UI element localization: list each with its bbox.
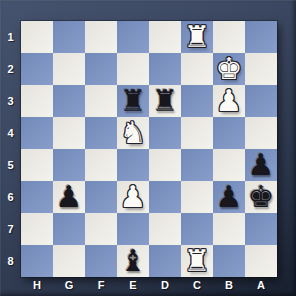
square-b5[interactable]: [213, 149, 245, 181]
rank-label-5: 5: [0, 149, 21, 181]
rank-label-7: 7: [0, 213, 21, 245]
square-f6[interactable]: [85, 181, 117, 213]
square-b1[interactable]: [213, 21, 245, 53]
piece-black-king[interactable]: ♚: [248, 181, 275, 213]
square-h3[interactable]: [21, 85, 53, 117]
square-c8[interactable]: ♜: [181, 245, 213, 277]
square-h6[interactable]: [21, 181, 53, 213]
piece-black-rook[interactable]: ♜: [120, 85, 147, 117]
square-b7[interactable]: [213, 213, 245, 245]
square-c2[interactable]: [181, 53, 213, 85]
square-d8[interactable]: [149, 245, 181, 277]
square-g6[interactable]: ♟: [53, 181, 85, 213]
square-a7[interactable]: [245, 213, 277, 245]
square-g8[interactable]: [53, 245, 85, 277]
square-e1[interactable]: [117, 21, 149, 53]
square-e4[interactable]: ♞: [117, 117, 149, 149]
rank-label-1: 1: [0, 21, 21, 53]
rank-label-3: 3: [0, 85, 21, 117]
square-h8[interactable]: [21, 245, 53, 277]
file-label-e: E: [117, 277, 149, 292]
square-b6[interactable]: ♟: [213, 181, 245, 213]
file-label-h: H: [21, 277, 53, 292]
square-c5[interactable]: [181, 149, 213, 181]
square-d3[interactable]: ♜: [149, 85, 181, 117]
square-f1[interactable]: [85, 21, 117, 53]
square-a2[interactable]: [245, 53, 277, 85]
square-e7[interactable]: [117, 213, 149, 245]
square-c6[interactable]: [181, 181, 213, 213]
square-b2[interactable]: ♚: [213, 53, 245, 85]
piece-black-bishop[interactable]: ♝: [120, 245, 147, 277]
square-a8[interactable]: [245, 245, 277, 277]
piece-white-pawn[interactable]: ♟: [120, 181, 147, 213]
file-label-b: B: [213, 277, 245, 292]
square-g5[interactable]: [53, 149, 85, 181]
square-f5[interactable]: [85, 149, 117, 181]
square-f2[interactable]: [85, 53, 117, 85]
square-f4[interactable]: [85, 117, 117, 149]
square-e8[interactable]: ♝: [117, 245, 149, 277]
piece-white-rook[interactable]: ♜: [184, 21, 211, 53]
rank-label-8: 8: [0, 245, 21, 277]
square-a3[interactable]: [245, 85, 277, 117]
piece-white-knight[interactable]: ♞: [120, 117, 147, 149]
board: ♜♚♜♜♟♞♟♟♟♟♚♝♜: [21, 21, 277, 277]
square-c4[interactable]: [181, 117, 213, 149]
square-c7[interactable]: [181, 213, 213, 245]
square-e5[interactable]: [117, 149, 149, 181]
square-a1[interactable]: [245, 21, 277, 53]
piece-black-pawn[interactable]: ♟: [56, 181, 83, 213]
piece-black-rook[interactable]: ♜: [152, 85, 179, 117]
square-g7[interactable]: [53, 213, 85, 245]
rank-label-6: 6: [0, 181, 21, 213]
rank-label-2: 2: [0, 53, 21, 85]
chess-board-frame: ♜♚♜♜♟♞♟♟♟♟♚♝♜ 12345678 HGFEDCBA: [0, 0, 296, 296]
square-a6[interactable]: ♚: [245, 181, 277, 213]
rank-label-4: 4: [0, 117, 21, 149]
square-h1[interactable]: [21, 21, 53, 53]
square-b3[interactable]: ♟: [213, 85, 245, 117]
piece-white-rook[interactable]: ♜: [184, 245, 211, 277]
square-a5[interactable]: ♟: [245, 149, 277, 181]
square-b8[interactable]: [213, 245, 245, 277]
square-a4[interactable]: [245, 117, 277, 149]
square-d5[interactable]: [149, 149, 181, 181]
square-h7[interactable]: [21, 213, 53, 245]
square-c3[interactable]: [181, 85, 213, 117]
square-e6[interactable]: ♟: [117, 181, 149, 213]
square-f7[interactable]: [85, 213, 117, 245]
file-label-d: D: [149, 277, 181, 292]
file-label-f: F: [85, 277, 117, 292]
file-label-c: C: [181, 277, 213, 292]
piece-white-pawn[interactable]: ♟: [216, 85, 243, 117]
file-label-g: G: [53, 277, 85, 292]
square-h5[interactable]: [21, 149, 53, 181]
square-d4[interactable]: [149, 117, 181, 149]
piece-white-king[interactable]: ♚: [216, 53, 243, 85]
square-f8[interactable]: [85, 245, 117, 277]
square-d6[interactable]: [149, 181, 181, 213]
piece-black-pawn[interactable]: ♟: [248, 149, 275, 181]
square-g1[interactable]: [53, 21, 85, 53]
square-e2[interactable]: [117, 53, 149, 85]
square-b4[interactable]: [213, 117, 245, 149]
square-d1[interactable]: [149, 21, 181, 53]
square-g3[interactable]: [53, 85, 85, 117]
square-g4[interactable]: [53, 117, 85, 149]
square-d7[interactable]: [149, 213, 181, 245]
square-e3[interactable]: ♜: [117, 85, 149, 117]
square-d2[interactable]: [149, 53, 181, 85]
square-g2[interactable]: [53, 53, 85, 85]
piece-black-pawn[interactable]: ♟: [216, 181, 243, 213]
file-label-a: A: [245, 277, 277, 292]
square-c1[interactable]: ♜: [181, 21, 213, 53]
square-f3[interactable]: [85, 85, 117, 117]
square-h4[interactable]: [21, 117, 53, 149]
square-h2[interactable]: [21, 53, 53, 85]
